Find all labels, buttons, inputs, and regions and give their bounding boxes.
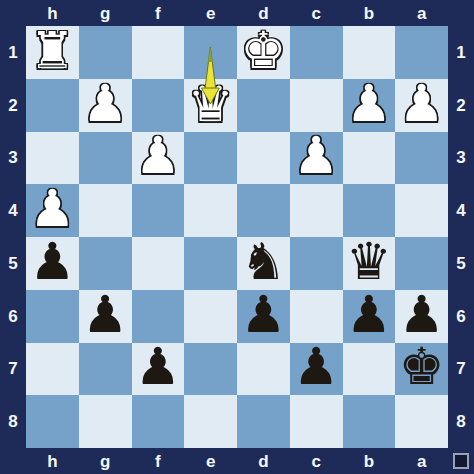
file-label-d: d (237, 448, 290, 474)
square-c7[interactable]: ♟ (290, 343, 343, 396)
file-label-c: c (290, 448, 343, 474)
piece-white-pawn: ♟ (135, 130, 181, 181)
piece-black-pawn: ♟ (241, 289, 287, 340)
rank-label-4: 4 (0, 184, 26, 237)
file-label-h: h (26, 448, 79, 474)
file-label-g: g (79, 448, 132, 474)
corner-marker-icon (453, 453, 469, 469)
rank-label-2: 2 (448, 79, 474, 132)
corner-top-left (0, 0, 26, 26)
file-label-b: b (343, 0, 396, 26)
rank-label-6: 6 (0, 290, 26, 343)
square-b3[interactable] (343, 132, 396, 185)
square-d7[interactable] (237, 343, 290, 396)
piece-black-pawn: ♟ (293, 341, 339, 392)
square-a3[interactable] (395, 132, 448, 185)
file-label-e: e (184, 0, 237, 26)
square-a7[interactable]: ♚ (395, 343, 448, 396)
square-g2[interactable]: ♟ (79, 79, 132, 132)
piece-white-pawn: ♟ (293, 130, 339, 181)
piece-black-pawn: ♟ (82, 289, 128, 340)
rank-label-5: 5 (0, 237, 26, 290)
file-label-f: f (132, 448, 185, 474)
square-b6[interactable]: ♟ (343, 290, 396, 343)
square-d2[interactable] (237, 79, 290, 132)
rank-label-7: 7 (0, 343, 26, 396)
square-b2[interactable]: ♟ (343, 79, 396, 132)
rank-label-4: 4 (448, 184, 474, 237)
piece-white-pawn: ♟ (346, 78, 392, 129)
square-b7[interactable] (343, 343, 396, 396)
square-h4[interactable]: ♟ (26, 184, 79, 237)
square-h7[interactable] (26, 343, 79, 396)
square-b5[interactable]: ♛ (343, 237, 396, 290)
piece-white-queen: ♛ (188, 78, 234, 129)
chessboard-widget: hgfedcba 12345678 ♜♚♟♛♟♟♟♟♟♟♞♛♟♟♟♟♟♟♚ 12… (0, 0, 474, 474)
square-e7[interactable] (184, 343, 237, 396)
piece-white-pawn: ♟ (30, 183, 76, 234)
square-a5[interactable] (395, 237, 448, 290)
corner-bottom-left (0, 448, 26, 474)
rank-label-1: 1 (0, 26, 26, 79)
file-label-f: f (132, 0, 185, 26)
square-g3[interactable] (79, 132, 132, 185)
rank-label-2: 2 (0, 79, 26, 132)
rank-label-3: 3 (0, 132, 26, 185)
rank-label-7: 7 (448, 343, 474, 396)
file-label-g: g (79, 0, 132, 26)
square-c4[interactable] (290, 184, 343, 237)
piece-white-pawn: ♟ (82, 78, 128, 129)
chess-board: ♜♚♟♛♟♟♟♟♟♟♞♛♟♟♟♟♟♟♚ (26, 26, 448, 448)
square-h1[interactable]: ♜ (26, 26, 79, 79)
square-e6[interactable] (184, 290, 237, 343)
square-f6[interactable] (132, 290, 185, 343)
piece-black-pawn: ♟ (399, 289, 445, 340)
file-labels-top: hgfedcba (26, 0, 448, 26)
piece-black-king: ♚ (399, 341, 445, 392)
square-g8[interactable] (79, 395, 132, 448)
square-d8[interactable] (237, 395, 290, 448)
file-label-a: a (395, 0, 448, 26)
corner-bottom-right (448, 448, 474, 474)
square-g7[interactable] (79, 343, 132, 396)
square-c6[interactable] (290, 290, 343, 343)
rank-label-3: 3 (448, 132, 474, 185)
piece-black-knight: ♞ (241, 236, 287, 287)
square-d4[interactable] (237, 184, 290, 237)
square-f2[interactable] (132, 79, 185, 132)
square-f4[interactable] (132, 184, 185, 237)
square-h6[interactable] (26, 290, 79, 343)
rank-labels-right: 12345678 (448, 26, 474, 448)
square-h5[interactable]: ♟ (26, 237, 79, 290)
square-e2[interactable]: ♛ (184, 79, 237, 132)
square-d5[interactable]: ♞ (237, 237, 290, 290)
rank-label-5: 5 (448, 237, 474, 290)
piece-white-king: ♚ (241, 25, 287, 76)
square-f7[interactable]: ♟ (132, 343, 185, 396)
square-f3[interactable]: ♟ (132, 132, 185, 185)
square-b1[interactable] (343, 26, 396, 79)
rank-label-1: 1 (448, 26, 474, 79)
rank-label-8: 8 (448, 395, 474, 448)
square-c8[interactable] (290, 395, 343, 448)
file-label-c: c (290, 0, 343, 26)
square-e8[interactable] (184, 395, 237, 448)
square-e3[interactable] (184, 132, 237, 185)
square-f1[interactable] (132, 26, 185, 79)
square-a1[interactable] (395, 26, 448, 79)
square-c1[interactable] (290, 26, 343, 79)
piece-white-rook: ♜ (30, 25, 76, 76)
piece-black-pawn: ♟ (30, 236, 76, 287)
file-label-e: e (184, 448, 237, 474)
square-h8[interactable] (26, 395, 79, 448)
square-h3[interactable] (26, 132, 79, 185)
piece-black-queen: ♛ (346, 236, 392, 287)
square-d3[interactable] (237, 132, 290, 185)
corner-top-right (448, 0, 474, 26)
file-label-a: a (395, 448, 448, 474)
file-labels-bottom: hgfedcba (26, 448, 448, 474)
square-d1[interactable]: ♚ (237, 26, 290, 79)
square-g1[interactable] (79, 26, 132, 79)
square-e5[interactable] (184, 237, 237, 290)
rank-label-6: 6 (448, 290, 474, 343)
square-b4[interactable] (343, 184, 396, 237)
square-a2[interactable]: ♟ (395, 79, 448, 132)
square-g5[interactable] (79, 237, 132, 290)
piece-black-pawn: ♟ (135, 341, 181, 392)
square-f5[interactable] (132, 237, 185, 290)
square-g4[interactable] (79, 184, 132, 237)
rank-label-8: 8 (0, 395, 26, 448)
square-h2[interactable] (26, 79, 79, 132)
square-a6[interactable]: ♟ (395, 290, 448, 343)
square-b8[interactable] (343, 395, 396, 448)
rank-labels-left: 12345678 (0, 26, 26, 448)
square-c5[interactable] (290, 237, 343, 290)
square-c2[interactable] (290, 79, 343, 132)
square-d6[interactable]: ♟ (237, 290, 290, 343)
piece-black-pawn: ♟ (346, 289, 392, 340)
square-f8[interactable] (132, 395, 185, 448)
square-a4[interactable] (395, 184, 448, 237)
square-c3[interactable]: ♟ (290, 132, 343, 185)
square-a8[interactable] (395, 395, 448, 448)
square-g6[interactable]: ♟ (79, 290, 132, 343)
square-e4[interactable] (184, 184, 237, 237)
file-label-b: b (343, 448, 396, 474)
square-e1[interactable] (184, 26, 237, 79)
piece-white-pawn: ♟ (399, 78, 445, 129)
